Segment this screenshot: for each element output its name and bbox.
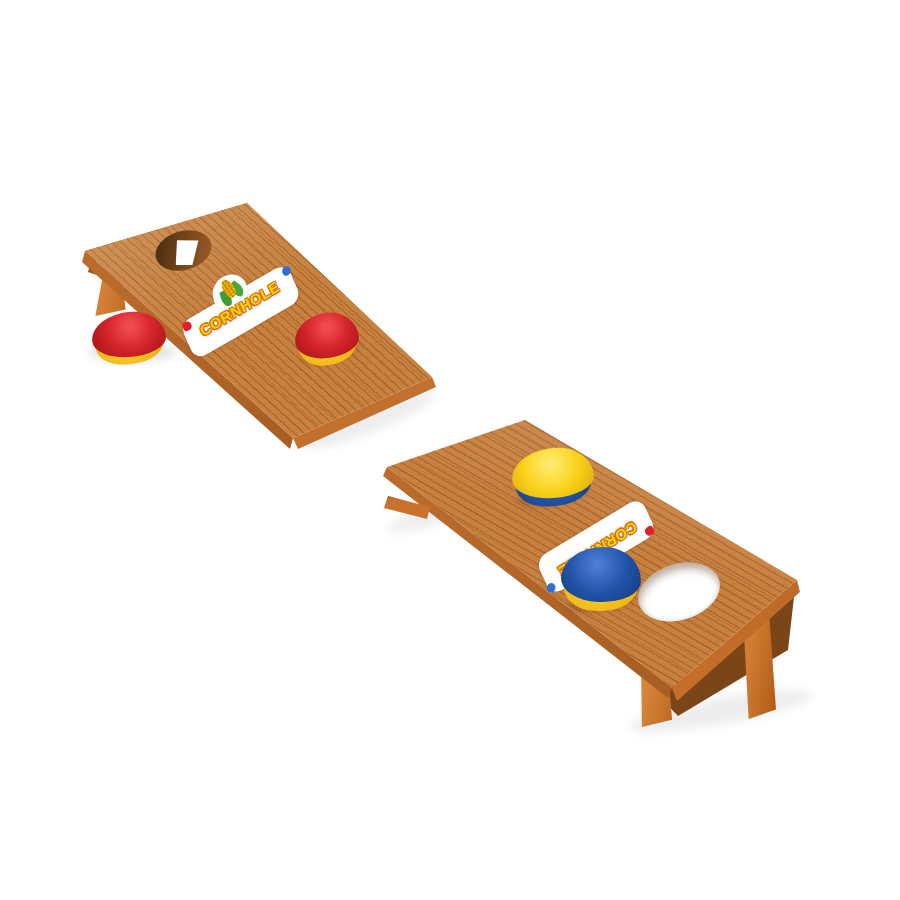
bean-bag-blue-on-board-2 bbox=[560, 546, 642, 613]
bag-top bbox=[560, 546, 642, 604]
bean-bag-yellow-on-board-2 bbox=[510, 445, 596, 509]
bean-bag-red-on-ground bbox=[90, 309, 167, 366]
cornhole-product-photo: CORNHOLE CORNHOLE bbox=[0, 0, 900, 900]
bean-bag-red-on-board-1 bbox=[292, 309, 362, 368]
